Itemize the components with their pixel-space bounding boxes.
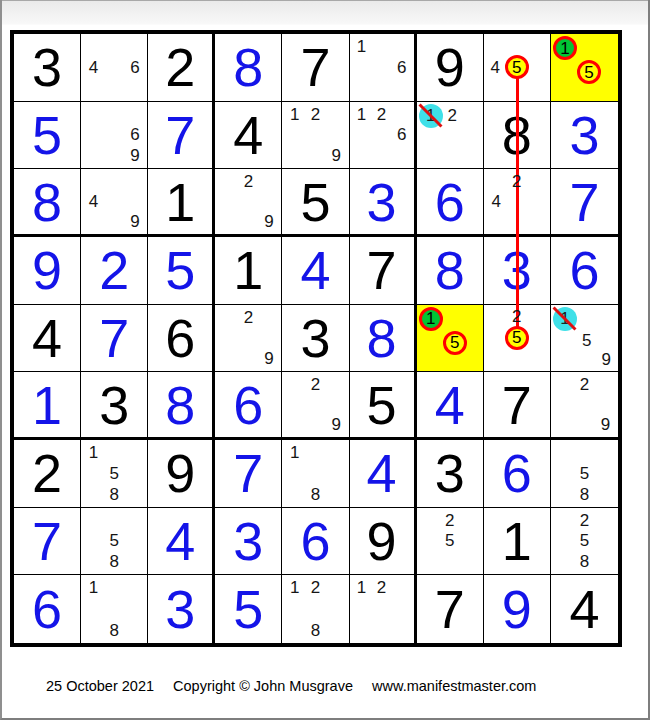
candidate-5: 5 [104,531,125,552]
candidate-4: 4 [486,192,507,212]
cell-r9c8[interactable]: 9 [484,575,551,643]
cell-r1c4[interactable]: 8 [215,34,282,102]
footer: 25 October 2021 Copyright © John Musgrav… [46,678,551,694]
solved-digit: 2 [99,243,129,297]
solved-digit: 5 [32,108,62,162]
solved-digit: 3 [367,175,397,229]
solved-digit: 6 [569,243,599,297]
cell-r4c3[interactable]: 5 [148,237,215,305]
pencil-marks: 18 [83,577,145,641]
cell-r7c9[interactable]: 58 [551,440,618,508]
candidate-9: 9 [259,348,280,369]
pencil-marks: 46 [83,36,145,99]
given-digit: 9 [165,446,195,500]
pencil-marks: 15 [553,36,616,99]
cell-r4c5[interactable]: 4 [282,237,349,305]
cell-r8c9[interactable]: 258 [551,508,618,576]
cell-r4c4[interactable]: 1 [215,237,282,305]
candidate-1: 1 [352,104,372,125]
candidate-1: 1 [83,577,104,598]
solved-digit: 6 [502,446,532,500]
given-digit: 4 [569,582,599,636]
solved-digit: 7 [165,108,195,162]
cell-r9c3[interactable]: 3 [148,575,215,643]
candidate-5: 5 [104,463,125,484]
candidate-9: 9 [596,350,616,369]
cell-r4c6[interactable]: 7 [350,237,417,305]
cell-r8c7[interactable]: 25 [417,508,484,576]
pencil-marks: 29 [553,374,616,435]
cell-r5c9[interactable]: 159 [551,305,618,373]
solved-digit: 6 [32,582,62,636]
pencil-marks: 29 [217,171,279,232]
candidate-2: 2 [574,510,595,531]
solved-digit: 7 [99,311,129,365]
cell-r8c8[interactable]: 1 [484,508,551,576]
candidate-5-yellow-mark: 5 [505,55,529,79]
pencil-marks: 58 [553,442,616,505]
candidate-2: 2 [439,510,460,531]
candidate-4: 4 [83,57,104,78]
given-digit: 1 [233,243,263,297]
pencil-marks: 15 [419,307,481,370]
cell-r1c3[interactable]: 2 [148,34,215,102]
cell-r3c6[interactable]: 3 [350,169,417,237]
cell-r6c8[interactable]: 7 [484,372,551,440]
cell-r9c5[interactable]: 128 [282,575,349,643]
solved-digit: 8 [32,175,62,229]
cell-r9c9[interactable]: 4 [551,575,618,643]
solved-digit: 6 [435,175,465,229]
solved-digit: 7 [32,514,62,568]
cell-r6c1[interactable]: 1 [14,372,81,440]
candidate-9: 9 [125,212,146,232]
candidate-9: 9 [259,212,280,232]
solved-digit: 4 [435,378,465,432]
pencil-marks: 12 [352,577,412,641]
candidate-9: 9 [326,415,347,435]
candidate-5: 5 [439,531,460,552]
given-digit: 9 [367,514,397,568]
pencil-marks: 69 [83,104,145,167]
candidate-8: 8 [104,620,125,641]
given-digit: 5 [300,175,330,229]
sudoku-board: 3462871694515569741291261283849129536247… [10,30,622,647]
cell-r4c1[interactable]: 9 [14,237,81,305]
cell-r7c5[interactable]: 18 [282,440,349,508]
pencil-marks: 29 [217,307,279,370]
candidate-1: 1 [352,577,372,598]
pencil-marks: 16 [352,36,412,99]
cell-r2c3[interactable]: 7 [148,102,215,170]
cell-r1c5[interactable]: 7 [282,34,349,102]
pencil-marks: 258 [553,510,616,573]
solved-digit: 8 [367,311,397,365]
solved-digit: 4 [367,446,397,500]
pencil-marks: 58 [83,510,145,573]
candidate-6: 6 [392,125,412,146]
footer-website[interactable]: www.manifestmaster.com [372,678,536,694]
candidate-2: 2 [238,307,259,328]
cell-r4c7[interactable]: 8 [417,237,484,305]
cell-r9c4[interactable]: 5 [215,575,282,643]
candidate-8: 8 [305,620,326,641]
candidate-5: 5 [574,531,595,552]
solved-digit: 3 [165,582,195,636]
candidate-1-green-mark: 1 [419,307,443,331]
given-digit: 9 [435,40,465,94]
cell-r4c9[interactable]: 6 [551,237,618,305]
candidate-5: 5 [574,463,595,484]
given-digit: 6 [165,311,195,365]
given-digit: 4 [32,311,62,365]
candidate-6: 6 [125,57,146,78]
solved-digit: 1 [32,378,62,432]
cell-r5c8[interactable]: 25 [484,305,551,373]
cell-r1c2[interactable]: 46 [81,34,148,102]
given-digit: 3 [300,311,330,365]
cell-r2c9[interactable]: 3 [551,102,618,170]
solved-digit: 3 [233,514,263,568]
candidate-2: 2 [506,171,527,191]
cell-r5c2[interactable]: 7 [81,305,148,373]
cell-r7c8[interactable]: 6 [484,440,551,508]
given-digit: 7 [502,378,532,432]
candidate-5-red-mark: 5 [577,60,601,84]
solved-digit: 3 [569,108,599,162]
cell-r5c6[interactable]: 8 [350,305,417,373]
candidate-1-cyan-mark: 1 [553,307,577,331]
candidate-8: 8 [104,484,125,505]
cell-r5c1[interactable]: 4 [14,305,81,373]
given-digit: 4 [233,108,263,162]
cell-r4c2[interactable]: 2 [81,237,148,305]
candidate-5-yellow-mark: 5 [505,326,529,350]
candidate-9: 9 [326,145,347,166]
candidate-8: 8 [574,551,595,572]
pencil-marks: 128 [284,577,346,641]
candidate-2: 2 [574,374,595,394]
given-digit: 2 [165,40,195,94]
pencil-marks: 45 [486,36,548,99]
cell-r8c3[interactable]: 4 [148,508,215,576]
candidate-8: 8 [574,484,595,505]
candidate-9: 9 [595,415,616,435]
given-digit: 2 [32,446,62,500]
window-titlebar [2,0,648,25]
solved-digit: 4 [300,243,330,297]
solved-digit: 4 [165,514,195,568]
candidate-6: 6 [125,125,146,146]
cell-r3c4[interactable]: 29 [215,169,282,237]
pencil-marks: 12 [419,104,481,167]
cell-r3c7[interactable]: 6 [417,169,484,237]
cell-r8c6[interactable]: 9 [350,508,417,576]
candidate-5: 5 [577,331,597,350]
solved-digit: 6 [233,378,263,432]
cell-r6c5[interactable]: 29 [282,372,349,440]
cell-r8c4[interactable]: 3 [215,508,282,576]
cell-r8c2[interactable]: 58 [81,508,148,576]
given-digit: 1 [165,175,195,229]
cell-r7c4[interactable]: 7 [215,440,282,508]
cell-r9c2[interactable]: 18 [81,575,148,643]
cell-r5c4[interactable]: 29 [215,305,282,373]
cell-r5c3[interactable]: 6 [148,305,215,373]
solved-digit: 8 [165,378,195,432]
cell-r3c9[interactable]: 7 [551,169,618,237]
cell-r3c1[interactable]: 8 [14,169,81,237]
given-digit: 7 [367,243,397,297]
pencil-marks: 25 [419,510,481,573]
given-digit: 7 [435,582,465,636]
cell-r7c6[interactable]: 4 [350,440,417,508]
cell-r2c1[interactable]: 5 [14,102,81,170]
given-digit: 3 [99,378,129,432]
candidate-8: 8 [104,551,125,572]
cell-r3c2[interactable]: 49 [81,169,148,237]
cell-r1c7[interactable]: 9 [417,34,484,102]
cell-r2c6[interactable]: 126 [350,102,417,170]
candidate-2: 2 [372,104,392,125]
candidate-5-red-mark: 5 [443,331,467,355]
candidate-2: 2 [305,577,326,598]
candidate-2: 2 [372,577,392,598]
candidate-1: 1 [284,442,305,463]
cell-r2c4[interactable]: 4 [215,102,282,170]
candidate-1: 1 [284,104,305,125]
cell-r3c5[interactable]: 5 [282,169,349,237]
cell-r8c1[interactable]: 7 [14,508,81,576]
solved-digit: 8 [435,243,465,297]
candidate-6: 6 [392,57,412,78]
solved-digit: 7 [569,175,599,229]
cell-r6c9[interactable]: 29 [551,372,618,440]
candidate-1-cyan-mark: 1 [419,104,443,128]
cell-r2c5[interactable]: 129 [282,102,349,170]
cell-r9c1[interactable]: 6 [14,575,81,643]
pencil-marks: 129 [284,104,346,167]
solved-digit: 9 [32,243,62,297]
cell-r3c3[interactable]: 1 [148,169,215,237]
pencil-marks: 25 [486,307,548,370]
cell-r2c7[interactable]: 12 [417,102,484,170]
cell-r6c7[interactable]: 4 [417,372,484,440]
given-digit: 5 [367,378,397,432]
cell-r1c6[interactable]: 16 [350,34,417,102]
cell-r1c9[interactable]: 15 [551,34,618,102]
candidate-4: 4 [486,55,505,79]
cell-r5c7[interactable]: 15 [417,305,484,373]
pencil-marks: 24 [486,171,548,232]
pencil-marks: 49 [83,171,145,232]
cell-r6c4[interactable]: 6 [215,372,282,440]
candidate-2: 2 [238,171,259,191]
solved-digit: 8 [233,40,263,94]
puzzle-page: 3462871694515569741291261283849129536247… [0,0,650,720]
candidate-2: 2 [305,374,326,394]
candidate-2: 2 [305,104,326,125]
solved-digit: 6 [300,514,330,568]
solved-digit: 9 [502,582,532,636]
candidate-1: 1 [284,577,305,598]
cell-r6c3[interactable]: 8 [148,372,215,440]
cell-r5c5[interactable]: 3 [282,305,349,373]
candidate-8: 8 [305,484,326,505]
cell-r2c2[interactable]: 69 [81,102,148,170]
cell-r9c7[interactable]: 7 [417,575,484,643]
candidate-9: 9 [125,145,146,166]
candidate-1: 1 [352,36,372,57]
cell-r8c5[interactable]: 6 [282,508,349,576]
cell-r6c2[interactable]: 3 [81,372,148,440]
pencil-marks: 158 [83,442,145,505]
cell-r7c3[interactable]: 9 [148,440,215,508]
footer-copyright: Copyright © John Musgrave [173,678,353,694]
cell-r9c6[interactable]: 12 [350,575,417,643]
pencil-marks: 126 [352,104,412,167]
cell-r6c6[interactable]: 5 [350,372,417,440]
cell-r7c2[interactable]: 158 [81,440,148,508]
solved-digit: 7 [233,446,263,500]
cell-r7c1[interactable]: 2 [14,440,81,508]
given-digit: 1 [502,514,532,568]
given-digit: 7 [300,40,330,94]
cell-r3c8[interactable]: 24 [484,169,551,237]
cell-r7c7[interactable]: 3 [417,440,484,508]
cell-r1c8[interactable]: 45 [484,34,551,102]
pencil-marks: 18 [284,442,346,505]
candidate-2: 2 [505,307,529,326]
candidate-4: 4 [83,192,104,212]
pencil-marks: 159 [553,307,616,370]
candidate-1-green-mark: 1 [553,36,577,60]
footer-date: 25 October 2021 [46,678,154,694]
pencil-marks: 29 [284,374,346,435]
solved-digit: 5 [165,243,195,297]
solved-digit: 5 [233,582,263,636]
cell-r1c1[interactable]: 3 [14,34,81,102]
candidate-1: 1 [83,442,104,463]
given-digit: 3 [32,40,62,94]
candidate-2: 2 [443,104,462,128]
given-digit: 3 [435,446,465,500]
